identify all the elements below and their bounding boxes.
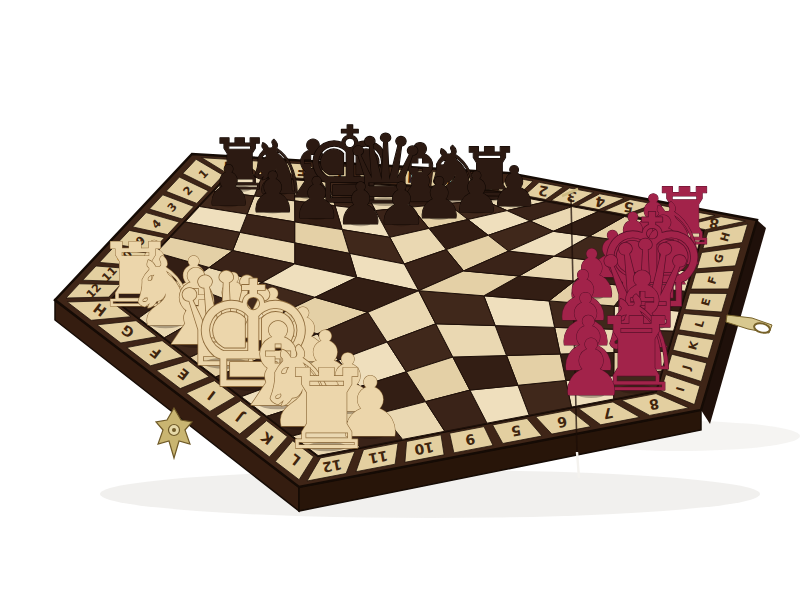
product-photo: 12349101112HGFEIJKL12345678HGFELKJI12111…: [0, 0, 800, 600]
piece-black-pawn[interactable]: ♟: [204, 153, 254, 218]
piece-red-pawn[interactable]: ♟: [556, 323, 626, 413]
board-svg: 12349101112HGFEIJKL12345678HGFELKJI12111…: [0, 0, 800, 600]
clasp-pin: [172, 428, 176, 432]
piece-white-rook[interactable]: ♜: [277, 346, 376, 474]
piece-black-pawn[interactable]: ♟: [375, 170, 427, 238]
